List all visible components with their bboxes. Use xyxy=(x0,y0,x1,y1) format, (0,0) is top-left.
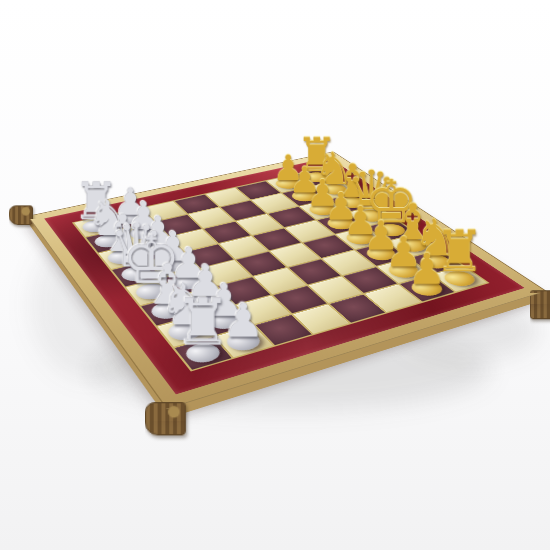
bronze-scroll-foot-icon xyxy=(530,290,550,319)
chess-piece-glyph: ♟ xyxy=(407,247,445,290)
photo-scene: ♜♟♟♜♞♟♟♞♝♟♟♝♛♟♟♛♚♟♟♚♝♟♟♝♞♟♟♞♜♟♟♜ xyxy=(0,0,550,550)
chess-piece-glyph: ♜ xyxy=(174,291,232,355)
bronze-scroll-foot-icon xyxy=(145,402,186,435)
bronze-scroll-foot-icon xyxy=(9,205,33,225)
